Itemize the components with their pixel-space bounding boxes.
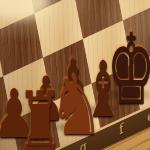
black-rook-h8: ♜ [17, 81, 63, 150]
chess-photo-scene: gfe ♟♚♝♟♞♟♜ [0, 0, 150, 150]
pieces-layer: ♟♚♝♟♞♟♜ [0, 0, 150, 150]
